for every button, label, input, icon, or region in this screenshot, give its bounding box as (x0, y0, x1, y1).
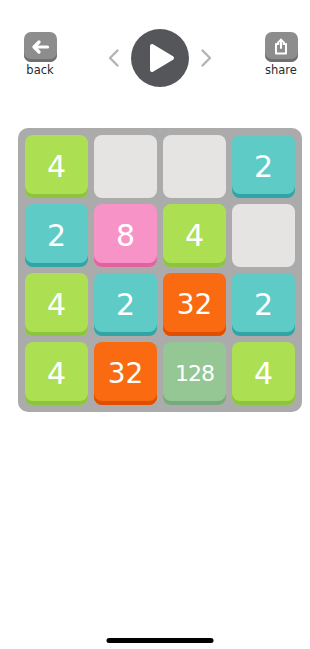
back-button[interactable] (24, 32, 57, 62)
empty-cell-r1c2 (94, 135, 157, 198)
tile-32-r3c3: 32 (163, 273, 226, 336)
tile-4-r1c1: 4 (25, 135, 88, 198)
share-icon (273, 38, 289, 56)
empty-cell-r2c4 (232, 204, 295, 267)
chevron-right-icon (200, 48, 213, 68)
playback-controls (107, 29, 213, 87)
share-button[interactable] (265, 32, 298, 62)
tile-4-r3c1: 4 (25, 273, 88, 336)
tile-128-r4c3: 128 (163, 342, 226, 405)
tile-2-r2c1: 2 (25, 204, 88, 267)
app-screen: back (10, 0, 310, 649)
arrow-left-icon (31, 40, 50, 54)
chevron-left-icon (107, 48, 120, 68)
board[interactable]: 42284423224321284 (18, 128, 302, 412)
tile-32-r4c2: 32 (94, 342, 157, 405)
back-group: back (20, 32, 60, 77)
tile-2-r3c4: 2 (232, 273, 295, 336)
play-icon (145, 43, 175, 73)
home-indicator[interactable] (107, 638, 214, 643)
share-group: share (261, 32, 301, 77)
next-button[interactable] (200, 48, 213, 68)
top-bar: back (10, 0, 310, 128)
tile-2-r3c2: 2 (94, 273, 157, 336)
empty-cell-r1c3 (163, 135, 226, 198)
tile-4-r4c1: 4 (25, 342, 88, 405)
tile-8-r2c2: 8 (94, 204, 157, 267)
tile-2-r1c4: 2 (232, 135, 295, 198)
back-label: back (26, 65, 53, 77)
tile-4-r2c3: 4 (163, 204, 226, 267)
prev-button[interactable] (107, 48, 120, 68)
tile-4-r4c4: 4 (232, 342, 295, 405)
share-label: share (265, 65, 297, 77)
play-button[interactable] (131, 29, 189, 87)
